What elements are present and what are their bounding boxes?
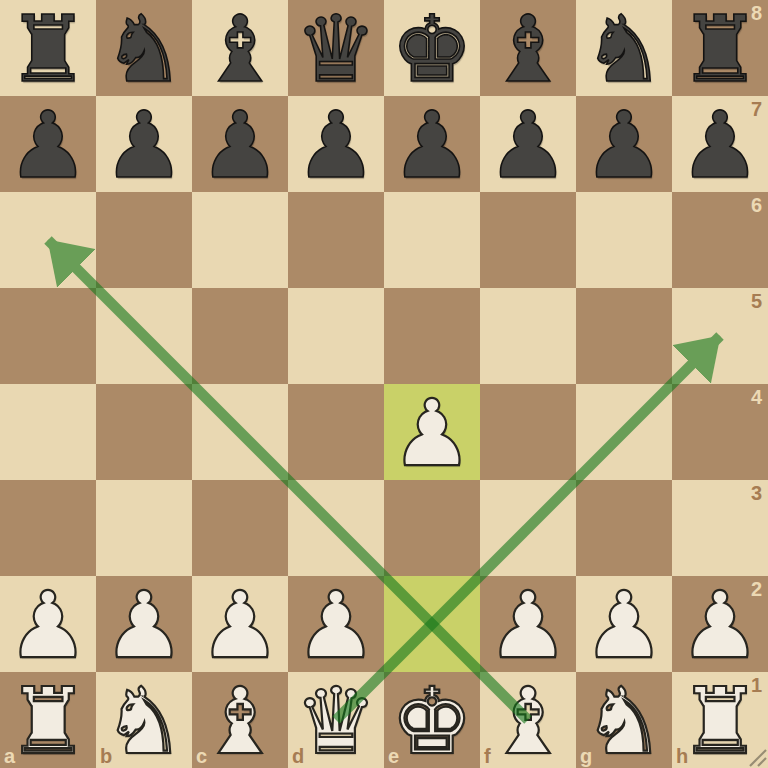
square-d4[interactable] [288, 384, 384, 480]
rank-label-1: 1 [751, 675, 762, 695]
square-h2[interactable]: 2♟ [672, 576, 768, 672]
square-b1[interactable]: b♞ [96, 672, 192, 768]
file-label-b: b [100, 746, 112, 766]
square-e1[interactable]: e♚ [384, 672, 480, 768]
piece-black-king-e8[interactable]: ♚ [384, 0, 480, 96]
piece-black-bishop-f8[interactable]: ♝ [480, 0, 576, 96]
square-e3[interactable] [384, 480, 480, 576]
square-b4[interactable] [96, 384, 192, 480]
rank-label-6: 6 [751, 195, 762, 215]
piece-black-pawn-e7[interactable]: ♟ [384, 96, 480, 192]
piece-white-pawn-c2[interactable]: ♟ [192, 576, 288, 672]
file-label-d: d [292, 746, 304, 766]
square-d7[interactable]: ♟ [288, 96, 384, 192]
square-a1[interactable]: a♜ [0, 672, 96, 768]
square-b3[interactable] [96, 480, 192, 576]
square-d8[interactable]: ♛ [288, 0, 384, 96]
square-c1[interactable]: c♝ [192, 672, 288, 768]
square-a2[interactable]: ♟ [0, 576, 96, 672]
piece-black-queen-d8[interactable]: ♛ [288, 0, 384, 96]
piece-white-pawn-d2[interactable]: ♟ [288, 576, 384, 672]
file-label-g: g [580, 746, 592, 766]
piece-white-pawn-e4[interactable]: ♟ [384, 384, 480, 480]
square-b5[interactable] [96, 288, 192, 384]
square-a5[interactable] [0, 288, 96, 384]
piece-black-pawn-g7[interactable]: ♟ [576, 96, 672, 192]
piece-black-pawn-b7[interactable]: ♟ [96, 96, 192, 192]
square-g5[interactable] [576, 288, 672, 384]
square-f3[interactable] [480, 480, 576, 576]
square-h6[interactable]: 6 [672, 192, 768, 288]
file-label-c: c [196, 746, 207, 766]
square-f1[interactable]: f♝ [480, 672, 576, 768]
square-e8[interactable]: ♚ [384, 0, 480, 96]
square-d1[interactable]: d♛ [288, 672, 384, 768]
square-e6[interactable] [384, 192, 480, 288]
square-b8[interactable]: ♞ [96, 0, 192, 96]
square-f4[interactable] [480, 384, 576, 480]
piece-white-pawn-g2[interactable]: ♟ [576, 576, 672, 672]
piece-black-pawn-a7[interactable]: ♟ [0, 96, 96, 192]
rank-label-8: 8 [751, 3, 762, 23]
square-g3[interactable] [576, 480, 672, 576]
square-e5[interactable] [384, 288, 480, 384]
square-e7[interactable]: ♟ [384, 96, 480, 192]
piece-black-pawn-f7[interactable]: ♟ [480, 96, 576, 192]
square-g2[interactable]: ♟ [576, 576, 672, 672]
square-f8[interactable]: ♝ [480, 0, 576, 96]
square-b7[interactable]: ♟ [96, 96, 192, 192]
file-label-e: e [388, 746, 399, 766]
square-d3[interactable] [288, 480, 384, 576]
square-c8[interactable]: ♝ [192, 0, 288, 96]
square-c6[interactable] [192, 192, 288, 288]
piece-white-pawn-b2[interactable]: ♟ [96, 576, 192, 672]
square-g8[interactable]: ♞ [576, 0, 672, 96]
square-b6[interactable] [96, 192, 192, 288]
square-c4[interactable] [192, 384, 288, 480]
square-g6[interactable] [576, 192, 672, 288]
square-e2[interactable] [384, 576, 480, 672]
square-f6[interactable] [480, 192, 576, 288]
rank-label-7: 7 [751, 99, 762, 119]
square-h7[interactable]: 7♟ [672, 96, 768, 192]
rank-label-4: 4 [751, 387, 762, 407]
piece-black-pawn-c7[interactable]: ♟ [192, 96, 288, 192]
piece-black-pawn-d7[interactable]: ♟ [288, 96, 384, 192]
chess-board: ♜♞♝♛♚♝♞8♜♟♟♟♟♟♟♟7♟65♟43♟♟♟♟♟♟2♟a♜b♞c♝d♛e… [0, 0, 768, 768]
square-g7[interactable]: ♟ [576, 96, 672, 192]
square-h8[interactable]: 8♜ [672, 0, 768, 96]
square-g4[interactable] [576, 384, 672, 480]
last-move-highlight-e2 [384, 576, 480, 672]
square-f2[interactable]: ♟ [480, 576, 576, 672]
square-a7[interactable]: ♟ [0, 96, 96, 192]
square-b2[interactable]: ♟ [96, 576, 192, 672]
piece-white-pawn-a2[interactable]: ♟ [0, 576, 96, 672]
square-a3[interactable] [0, 480, 96, 576]
square-c7[interactable]: ♟ [192, 96, 288, 192]
square-e4[interactable]: ♟ [384, 384, 480, 480]
square-a8[interactable]: ♜ [0, 0, 96, 96]
square-h3[interactable]: 3 [672, 480, 768, 576]
board-resize-grip-icon[interactable] [746, 746, 768, 768]
square-c3[interactable] [192, 480, 288, 576]
piece-white-bishop-f1[interactable]: ♝ [480, 672, 576, 768]
piece-white-pawn-f2[interactable]: ♟ [480, 576, 576, 672]
rank-label-2: 2 [751, 579, 762, 599]
square-d2[interactable]: ♟ [288, 576, 384, 672]
piece-black-bishop-c8[interactable]: ♝ [192, 0, 288, 96]
square-a6[interactable] [0, 192, 96, 288]
square-h5[interactable]: 5 [672, 288, 768, 384]
rank-label-3: 3 [751, 483, 762, 503]
square-d5[interactable] [288, 288, 384, 384]
file-label-h: h [676, 746, 688, 766]
square-f5[interactable] [480, 288, 576, 384]
piece-black-rook-a8[interactable]: ♜ [0, 0, 96, 96]
file-label-a: a [4, 746, 15, 766]
square-c2[interactable]: ♟ [192, 576, 288, 672]
file-label-f: f [484, 746, 491, 766]
piece-black-knight-b8[interactable]: ♞ [96, 0, 192, 96]
piece-black-knight-g8[interactable]: ♞ [576, 0, 672, 96]
square-f7[interactable]: ♟ [480, 96, 576, 192]
square-a4[interactable] [0, 384, 96, 480]
square-g1[interactable]: g♞ [576, 672, 672, 768]
square-d6[interactable] [288, 192, 384, 288]
rank-label-5: 5 [751, 291, 762, 311]
square-c5[interactable] [192, 288, 288, 384]
square-h4[interactable]: 4 [672, 384, 768, 480]
